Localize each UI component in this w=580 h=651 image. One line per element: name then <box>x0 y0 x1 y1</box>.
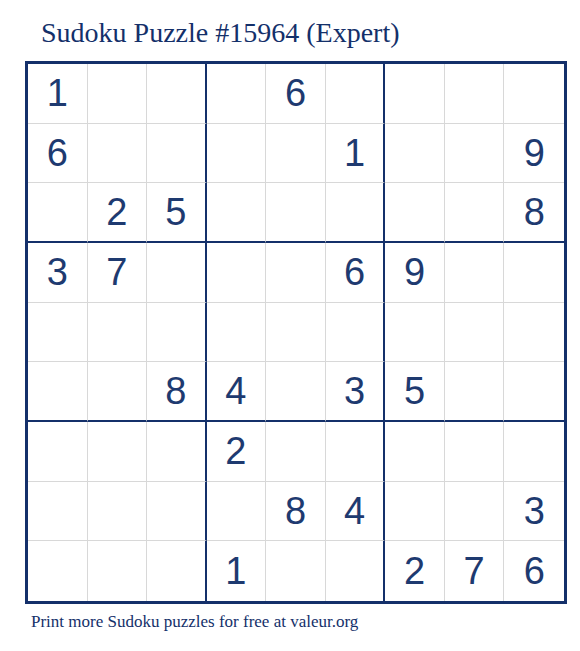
cell-r6c5 <box>266 362 326 422</box>
cell-r2c2 <box>88 124 148 184</box>
cell-r5c2 <box>88 303 148 363</box>
cell-r7c2 <box>88 422 148 482</box>
cell-r7c7 <box>385 422 445 482</box>
cell-r1c7 <box>385 64 445 124</box>
cell-r2c3 <box>147 124 207 184</box>
cell-r8c3 <box>147 482 207 542</box>
cell-r8c1 <box>28 482 88 542</box>
cell-r6c2 <box>88 362 148 422</box>
cell-r8c6: 4 <box>326 482 386 542</box>
cell-r5c3 <box>147 303 207 363</box>
cell-r9c4: 1 <box>207 541 267 601</box>
page: Sudoku Puzzle #15964 (Expert) 1661925837… <box>0 0 580 651</box>
cell-r2c9: 9 <box>504 124 564 184</box>
cell-r2c5 <box>266 124 326 184</box>
puzzle-title: Sudoku Puzzle #15964 (Expert) <box>41 16 400 50</box>
cell-r7c6 <box>326 422 386 482</box>
cell-r3c1 <box>28 183 88 243</box>
cell-r3c8 <box>445 183 505 243</box>
cell-r3c9: 8 <box>504 183 564 243</box>
cell-r6c1 <box>28 362 88 422</box>
cell-r5c1 <box>28 303 88 363</box>
cell-r4c1: 3 <box>28 243 88 303</box>
cell-r1c6 <box>326 64 386 124</box>
cell-r5c5 <box>266 303 326 363</box>
cell-r8c4 <box>207 482 267 542</box>
cell-r7c8 <box>445 422 505 482</box>
cell-r6c3: 8 <box>147 362 207 422</box>
cell-r9c7: 2 <box>385 541 445 601</box>
cell-r4c3 <box>147 243 207 303</box>
sudoku-board: 166192583769843528431276 <box>25 61 567 604</box>
cell-r8c5: 8 <box>266 482 326 542</box>
cell-r5c9 <box>504 303 564 363</box>
cell-r1c4 <box>207 64 267 124</box>
cell-r4c2: 7 <box>88 243 148 303</box>
footer-text: Print more Sudoku puzzles for free at va… <box>31 612 358 632</box>
cell-r2c7 <box>385 124 445 184</box>
cell-r5c6 <box>326 303 386 363</box>
cell-r3c5 <box>266 183 326 243</box>
cell-r4c6: 6 <box>326 243 386 303</box>
cell-r1c8 <box>445 64 505 124</box>
cell-r4c7: 9 <box>385 243 445 303</box>
cell-r9c2 <box>88 541 148 601</box>
cell-r6c9 <box>504 362 564 422</box>
cell-r7c9 <box>504 422 564 482</box>
cell-r1c1: 1 <box>28 64 88 124</box>
cell-r9c8: 7 <box>445 541 505 601</box>
cell-r2c1: 6 <box>28 124 88 184</box>
cell-r3c2: 2 <box>88 183 148 243</box>
cell-r1c9 <box>504 64 564 124</box>
cell-r1c2 <box>88 64 148 124</box>
cell-r2c4 <box>207 124 267 184</box>
cell-r9c1 <box>28 541 88 601</box>
cell-r9c3 <box>147 541 207 601</box>
cell-r8c9: 3 <box>504 482 564 542</box>
cell-r8c7 <box>385 482 445 542</box>
cell-r4c8 <box>445 243 505 303</box>
cell-r6c8 <box>445 362 505 422</box>
cell-r9c9: 6 <box>504 541 564 601</box>
cell-r7c1 <box>28 422 88 482</box>
cell-r1c5: 6 <box>266 64 326 124</box>
cell-r6c6: 3 <box>326 362 386 422</box>
cell-r8c8 <box>445 482 505 542</box>
cell-r8c2 <box>88 482 148 542</box>
cell-r6c4: 4 <box>207 362 267 422</box>
cell-r3c7 <box>385 183 445 243</box>
cell-r4c5 <box>266 243 326 303</box>
cell-r3c4 <box>207 183 267 243</box>
cell-r1c3 <box>147 64 207 124</box>
cell-r2c6: 1 <box>326 124 386 184</box>
cell-r5c8 <box>445 303 505 363</box>
cell-r5c4 <box>207 303 267 363</box>
cell-r7c5 <box>266 422 326 482</box>
cell-r9c6 <box>326 541 386 601</box>
cell-r7c4: 2 <box>207 422 267 482</box>
cell-r5c7 <box>385 303 445 363</box>
cell-r4c4 <box>207 243 267 303</box>
cell-r9c5 <box>266 541 326 601</box>
cell-r3c3: 5 <box>147 183 207 243</box>
cell-r4c9 <box>504 243 564 303</box>
cell-r2c8 <box>445 124 505 184</box>
cell-r6c7: 5 <box>385 362 445 422</box>
cell-r3c6 <box>326 183 386 243</box>
cell-r7c3 <box>147 422 207 482</box>
